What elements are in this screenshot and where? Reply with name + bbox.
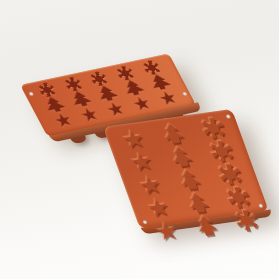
cavity-cell-star: ★ (50, 110, 76, 131)
star-shape: ★ (155, 88, 181, 109)
product-photo-stage: ★★★★★ ★★★★★ (0, 0, 279, 279)
snowflake-shape (232, 208, 260, 231)
cavity-cell-star: ★ (76, 104, 102, 125)
snowflake-shape (215, 162, 243, 185)
bump-cell-snowflake (215, 162, 243, 185)
tree-shape (168, 145, 194, 167)
cavity-cell-star: ★ (155, 88, 181, 109)
cavity-cell-star: ★ (103, 99, 129, 120)
star-shape: ★ (103, 99, 129, 120)
star-shape: ★ (152, 218, 182, 244)
bump-cell-snowflake (207, 139, 235, 162)
bump-cell-snowflake (199, 116, 227, 139)
bump-cell-tree (194, 215, 220, 237)
bump-cell-star: ★ (152, 218, 182, 244)
corner-hole (142, 220, 147, 224)
mold-flipped-back-side: ★★★★★ (103, 109, 269, 229)
star-shape: ★ (76, 104, 102, 125)
tree-shape (160, 122, 186, 144)
bump-cell-snowflake (232, 208, 260, 231)
tree-shape (194, 215, 220, 237)
corner-hole (258, 204, 263, 208)
cavity-cell-star: ★ (129, 93, 155, 114)
bump-cell-tree (185, 192, 211, 214)
tree-shape (185, 192, 211, 214)
bump-cell-tree (177, 169, 203, 191)
snowflake-shape (199, 116, 227, 139)
snowflake-shape (207, 139, 235, 162)
bump-cell-tree (160, 122, 186, 144)
corner-hole (226, 114, 231, 118)
star-shape: ★ (50, 110, 76, 131)
mold-bottom-surface: ★★★★★ (103, 109, 269, 229)
bump-cell-tree (168, 145, 194, 167)
snowflake-shape (224, 185, 252, 208)
bump-cell-snowflake (224, 185, 252, 208)
star-shape: ★ (129, 93, 155, 114)
tree-shape (177, 169, 203, 191)
